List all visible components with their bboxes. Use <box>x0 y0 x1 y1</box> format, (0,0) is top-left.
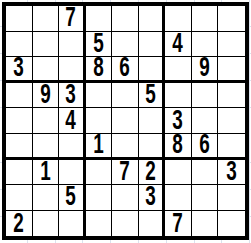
cell-r9c5[interactable] <box>112 211 139 237</box>
cell-r8c5[interactable] <box>112 185 139 211</box>
cell-r2c3[interactable] <box>59 32 86 58</box>
cell-r7c4[interactable] <box>86 160 113 186</box>
cell-r7c8[interactable] <box>192 160 219 186</box>
cell-r8c4[interactable] <box>86 185 113 211</box>
cell-r5c3[interactable]: 4 <box>59 108 86 134</box>
cell-r4c6[interactable]: 5 <box>139 83 166 109</box>
cell-r3c7[interactable] <box>165 57 192 83</box>
given-digit: 5 <box>65 183 76 211</box>
given-digit: 3 <box>13 54 24 82</box>
cell-r7c2[interactable]: 1 <box>33 160 60 186</box>
cell-r7c1[interactable] <box>6 160 33 186</box>
cell-r4c8[interactable] <box>192 83 219 109</box>
cell-r6c4[interactable]: 1 <box>86 134 113 160</box>
cell-r5c9[interactable] <box>218 108 245 134</box>
given-digit: 4 <box>172 30 183 58</box>
cell-r9c8[interactable] <box>192 211 219 237</box>
cell-r6c3[interactable] <box>59 134 86 160</box>
cell-r6c7[interactable]: 8 <box>165 134 192 160</box>
cell-r7c7[interactable] <box>165 160 192 186</box>
cell-r8c3[interactable]: 5 <box>59 185 86 211</box>
cell-r2c6[interactable] <box>139 32 166 58</box>
cell-r1c1[interactable] <box>6 6 33 32</box>
cell-r9c1[interactable]: 2 <box>6 211 33 237</box>
cell-r8c9[interactable] <box>218 185 245 211</box>
cell-r8c2[interactable] <box>33 185 60 211</box>
cell-r8c8[interactable] <box>192 185 219 211</box>
cell-r3c5[interactable]: 6 <box>112 57 139 83</box>
cell-r4c9[interactable] <box>218 83 245 109</box>
cell-r5c5[interactable] <box>112 108 139 134</box>
cell-r6c1[interactable] <box>6 134 33 160</box>
cell-r3c9[interactable] <box>218 57 245 83</box>
cell-r7c5[interactable]: 7 <box>112 160 139 186</box>
given-digit: 6 <box>199 131 210 159</box>
given-digit: 1 <box>40 158 51 186</box>
cell-r2c2[interactable] <box>33 32 60 58</box>
cell-r4c2[interactable]: 9 <box>33 83 60 109</box>
cell-r9c4[interactable] <box>86 211 113 237</box>
given-digit: 8 <box>172 131 183 159</box>
given-digit: 2 <box>13 210 24 238</box>
cell-r1c2[interactable] <box>33 6 60 32</box>
given-digit: 3 <box>145 183 156 211</box>
cell-r9c6[interactable] <box>139 211 166 237</box>
cell-r7c9[interactable]: 3 <box>218 160 245 186</box>
cell-r1c8[interactable] <box>192 6 219 32</box>
given-digit: 1 <box>93 131 104 159</box>
cell-r6c8[interactable]: 6 <box>192 134 219 160</box>
cell-r9c9[interactable] <box>218 211 245 237</box>
given-digit: 4 <box>65 107 76 135</box>
cell-r5c2[interactable] <box>33 108 60 134</box>
cell-r3c1[interactable]: 3 <box>6 57 33 83</box>
cell-r1c5[interactable] <box>112 6 139 32</box>
given-digit: 7 <box>172 210 183 238</box>
given-digit: 7 <box>65 4 76 32</box>
given-digit: 9 <box>199 54 210 82</box>
cell-r1c3[interactable]: 7 <box>59 6 86 32</box>
given-digit: 3 <box>226 158 237 186</box>
cell-r4c5[interactable] <box>112 83 139 109</box>
cell-r9c7[interactable]: 7 <box>165 211 192 237</box>
given-digit: 7 <box>119 158 130 186</box>
cell-r2c7[interactable]: 4 <box>165 32 192 58</box>
cell-r1c9[interactable] <box>218 6 245 32</box>
cell-r2c9[interactable] <box>218 32 245 58</box>
given-digit: 9 <box>40 81 51 109</box>
cell-r3c8[interactable]: 9 <box>192 57 219 83</box>
cell-r8c6[interactable]: 3 <box>139 185 166 211</box>
given-digit: 6 <box>119 54 130 82</box>
cell-r9c3[interactable] <box>59 211 86 237</box>
given-digit: 8 <box>93 54 104 82</box>
sudoku-board: 75438699354318617235327 <box>2 2 249 240</box>
cell-r4c1[interactable] <box>6 83 33 109</box>
cell-r3c4[interactable]: 8 <box>86 57 113 83</box>
cell-r1c6[interactable] <box>139 6 166 32</box>
cell-r4c4[interactable] <box>86 83 113 109</box>
given-digit: 5 <box>145 81 156 109</box>
cell-r5c6[interactable] <box>139 108 166 134</box>
cell-r9c2[interactable] <box>33 211 60 237</box>
cell-r5c1[interactable] <box>6 108 33 134</box>
